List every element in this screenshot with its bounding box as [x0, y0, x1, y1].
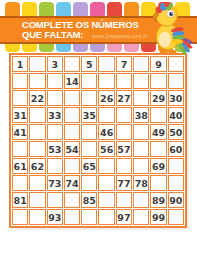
grid-cell-r3c5[interactable]: [81, 90, 97, 106]
grid-cell-r4c10: 40: [168, 107, 184, 123]
grid-cell-r9c7[interactable]: [116, 192, 132, 208]
grid-cell-r10c2[interactable]: [29, 209, 45, 225]
grid-cell-r6c3: 53: [47, 141, 63, 157]
decor-tab: [56, 44, 71, 52]
grid-cell-r9c9: 89: [150, 192, 166, 208]
grid-cell-r4c6[interactable]: [98, 107, 114, 123]
site-url: www.1papacaio.com.br: [92, 33, 148, 39]
grid-cell-r6c1[interactable]: [12, 141, 28, 157]
grid-cell-r8c5[interactable]: [81, 175, 97, 191]
grid-cell-r2c3[interactable]: [47, 73, 63, 89]
grid-cell-r7c3[interactable]: [47, 158, 63, 174]
worksheet-page: COMPLETE OS NÚMEROS QUE FALTAM: www.1pap…: [0, 0, 197, 280]
grid-cell-r4c2[interactable]: [29, 107, 45, 123]
grid-cell-r8c4: 74: [64, 175, 80, 191]
decor-tab: [73, 44, 88, 52]
grid-cell-r9c10: 90: [168, 192, 184, 208]
grid-cell-r9c3[interactable]: [47, 192, 63, 208]
grid-cell-r5c3[interactable]: [47, 124, 63, 140]
decor-tab: [5, 44, 20, 52]
grid-cell-r1c7: 7: [116, 56, 132, 72]
grid-cell-r7c6[interactable]: [98, 158, 114, 174]
grid-cell-r8c3: 73: [47, 175, 63, 191]
grid-cell-r1c1: 1: [12, 56, 28, 72]
grid-cell-r9c1: 81: [12, 192, 28, 208]
grid-cell-r5c4[interactable]: [64, 124, 80, 140]
grid-cell-r2c8[interactable]: [133, 73, 149, 89]
grid-cell-r6c8[interactable]: [133, 141, 149, 157]
grid-cell-r8c9[interactable]: [150, 175, 166, 191]
grid-cell-r8c7: 77: [116, 175, 132, 191]
grid-cell-r3c9: 29: [150, 90, 166, 106]
grid-cell-r1c6[interactable]: [98, 56, 114, 72]
grid-cell-r2c4: 14: [64, 73, 80, 89]
grid-cell-r8c8: 78: [133, 175, 149, 191]
grid-cell-r5c9: 49: [150, 124, 166, 140]
grid-cell-r1c3: 3: [47, 56, 63, 72]
grid-cell-r10c3: 93: [47, 209, 63, 225]
grid-cell-r5c10: 50: [168, 124, 184, 140]
grid-cell-r9c5: 85: [81, 192, 97, 208]
grid-cell-r5c5[interactable]: [81, 124, 97, 140]
parrot-mascot-icon: [148, 1, 195, 55]
grid-cell-r4c7[interactable]: [116, 107, 132, 123]
grid-cell-r9c6[interactable]: [98, 192, 114, 208]
grid-cell-r2c10[interactable]: [168, 73, 184, 89]
grid-cell-r10c4[interactable]: [64, 209, 80, 225]
decor-tab: [107, 44, 122, 52]
grid-cell-r10c9: 99: [150, 209, 166, 225]
grid-cell-r2c7[interactable]: [116, 73, 132, 89]
grid-cell-r5c8[interactable]: [133, 124, 149, 140]
grid-cell-r10c10[interactable]: [168, 209, 184, 225]
grid-cell-r7c10[interactable]: [168, 158, 184, 174]
grid-cell-r1c4[interactable]: [64, 56, 80, 72]
number-grid: 1357914222627293031333538404146495053545…: [9, 53, 187, 228]
grid-cell-r2c6[interactable]: [98, 73, 114, 89]
grid-cell-r4c9[interactable]: [150, 107, 166, 123]
grid-cell-r3c6: 26: [98, 90, 114, 106]
grid-cell-r5c6: 46: [98, 124, 114, 140]
grid-cell-r8c2[interactable]: [29, 175, 45, 191]
grid-cell-r10c6[interactable]: [98, 209, 114, 225]
grid-cell-r7c1: 61: [12, 158, 28, 174]
grid-cell-r3c2: 22: [29, 90, 45, 106]
decor-tab: [90, 44, 105, 52]
grid-cell-r8c10[interactable]: [168, 175, 184, 191]
grid-cell-r7c2: 62: [29, 158, 45, 174]
grid-cell-r7c9: 69: [150, 158, 166, 174]
grid-cell-r5c7[interactable]: [116, 124, 132, 140]
grid-cell-r5c2[interactable]: [29, 124, 45, 140]
grid-cell-r1c8[interactable]: [133, 56, 149, 72]
grid-cell-r3c1[interactable]: [12, 90, 28, 106]
grid-cell-r1c9: 9: [150, 56, 166, 72]
grid-cell-r8c1[interactable]: [12, 175, 28, 191]
grid-cell-r10c7: 97: [116, 209, 132, 225]
grid-cell-r2c9[interactable]: [150, 73, 166, 89]
grid-cell-r6c2[interactable]: [29, 141, 45, 157]
grid-cell-r6c4: 54: [64, 141, 80, 157]
grid-cell-r4c1: 31: [12, 107, 28, 123]
grid-cell-r3c3[interactable]: [47, 90, 63, 106]
grid-cell-r7c8[interactable]: [133, 158, 149, 174]
grid-cell-r9c8[interactable]: [133, 192, 149, 208]
grid-cell-r4c3: 33: [47, 107, 63, 123]
grid-cell-r8c6[interactable]: [98, 175, 114, 191]
decor-tab: [22, 44, 37, 52]
grid-cell-r6c10: 60: [168, 141, 184, 157]
grid-cell-r3c10: 30: [168, 90, 184, 106]
grid-cell-r10c1[interactable]: [12, 209, 28, 225]
grid-cell-r1c10[interactable]: [168, 56, 184, 72]
grid-cell-r2c1[interactable]: [12, 73, 28, 89]
grid-cell-r6c7: 57: [116, 141, 132, 157]
decor-tab: [39, 44, 54, 52]
grid-cell-r4c5: 35: [81, 107, 97, 123]
grid-cell-r3c7: 27: [116, 90, 132, 106]
grid-cell-r7c7[interactable]: [116, 158, 132, 174]
grid-cell-r10c5[interactable]: [81, 209, 97, 225]
grid-cell-r1c2[interactable]: [29, 56, 45, 72]
grid-cell-r9c4[interactable]: [64, 192, 80, 208]
grid-cell-r6c5[interactable]: [81, 141, 97, 157]
grid-cell-r9c2[interactable]: [29, 192, 45, 208]
grid-cell-r10c8[interactable]: [133, 209, 149, 225]
grid-cell-r5c1: 41: [12, 124, 28, 140]
grid-cell-r3c8[interactable]: [133, 90, 149, 106]
grid-cell-r6c6: 56: [98, 141, 114, 157]
grid-cell-r1c5: 5: [81, 56, 97, 72]
grid-cell-r7c5: 65: [81, 158, 97, 174]
grid-cell-r7c4[interactable]: [64, 158, 80, 174]
decor-tab: [124, 44, 139, 52]
grid-cell-r6c9[interactable]: [150, 141, 166, 157]
grid-cell-r4c4[interactable]: [64, 107, 80, 123]
grid-cell-r2c5[interactable]: [81, 73, 97, 89]
page-title-line2: QUE FALTAM:: [22, 30, 83, 40]
grid-cell-r4c8: 38: [133, 107, 149, 123]
grid-cell-r3c4[interactable]: [64, 90, 80, 106]
grid-cell-r2c2[interactable]: [29, 73, 45, 89]
